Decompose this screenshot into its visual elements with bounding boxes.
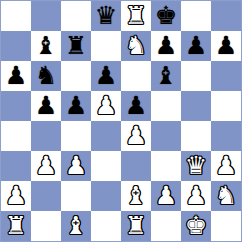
square-b6[interactable]: ♞: [31, 61, 61, 91]
square-b3[interactable]: ♟: [31, 151, 61, 181]
white-king-piece: ♚: [185, 211, 207, 241]
square-c5[interactable]: ♟: [61, 91, 91, 121]
square-g2[interactable]: ♟: [181, 181, 211, 211]
square-d5[interactable]: ♟: [91, 91, 121, 121]
square-f5[interactable]: [151, 91, 181, 121]
square-h6[interactable]: [211, 61, 241, 91]
square-e1[interactable]: ♜: [121, 211, 151, 241]
white-pawn-piece: ♟: [65, 151, 87, 181]
square-f8[interactable]: ♚: [151, 1, 181, 31]
square-f7[interactable]: ♟: [151, 31, 181, 61]
square-b7[interactable]: ♝: [31, 31, 61, 61]
square-d8[interactable]: ♛: [91, 1, 121, 31]
white-pawn-piece: ♟: [215, 151, 237, 181]
square-a5[interactable]: [1, 91, 31, 121]
black-pawn-piece: ♟: [95, 61, 117, 91]
black-pawn-piece: ♟: [35, 91, 57, 121]
square-f2[interactable]: ♟: [151, 181, 181, 211]
square-d6[interactable]: ♟: [91, 61, 121, 91]
white-bishop-piece: ♝: [65, 211, 87, 241]
white-pawn-piece: ♟: [155, 181, 177, 211]
square-d7[interactable]: [91, 31, 121, 61]
white-pawn-piece: ♟: [5, 181, 27, 211]
black-king-piece: ♚: [155, 1, 177, 31]
square-e5[interactable]: ♟: [121, 91, 151, 121]
white-pawn-piece: ♟: [125, 121, 147, 151]
square-b4[interactable]: [31, 121, 61, 151]
black-pawn-piece: ♟: [155, 31, 177, 61]
square-d4[interactable]: [91, 121, 121, 151]
black-queen-piece: ♛: [95, 1, 117, 31]
black-pawn-piece: ♟: [125, 91, 147, 121]
square-g4[interactable]: [181, 121, 211, 151]
black-pawn-piece: ♟: [5, 61, 27, 91]
square-h7[interactable]: ♟: [211, 31, 241, 61]
square-a4[interactable]: [1, 121, 31, 151]
square-c7[interactable]: ♜: [61, 31, 91, 61]
square-e2[interactable]: ♝: [121, 181, 151, 211]
square-h4[interactable]: [211, 121, 241, 151]
square-c8[interactable]: [61, 1, 91, 31]
white-knight-piece: ♞: [215, 181, 237, 211]
black-knight-piece: ♞: [35, 61, 57, 91]
white-pawn-piece: ♟: [95, 91, 117, 121]
square-e3[interactable]: [121, 151, 151, 181]
black-pawn-piece: ♟: [65, 91, 87, 121]
white-pawn-piece: ♟: [185, 181, 207, 211]
square-c1[interactable]: ♝: [61, 211, 91, 241]
black-bishop-piece: ♝: [155, 61, 177, 91]
square-g1[interactable]: ♚: [181, 211, 211, 241]
square-e4[interactable]: ♟: [121, 121, 151, 151]
square-c3[interactable]: ♟: [61, 151, 91, 181]
square-c6[interactable]: [61, 61, 91, 91]
chess-board: ♛♜♚♝♜♞♟♟♟♟♞♟♝♟♟♟♟♟♟♟♛♟♟♝♟♟♞♜♝♜♚: [0, 0, 242, 242]
black-bishop-piece: ♝: [35, 31, 57, 61]
square-c2[interactable]: [61, 181, 91, 211]
square-g6[interactable]: [181, 61, 211, 91]
square-f4[interactable]: [151, 121, 181, 151]
square-f3[interactable]: [151, 151, 181, 181]
square-e7[interactable]: ♞: [121, 31, 151, 61]
square-b5[interactable]: ♟: [31, 91, 61, 121]
square-a6[interactable]: ♟: [1, 61, 31, 91]
square-e6[interactable]: [121, 61, 151, 91]
black-pawn-piece: ♟: [215, 31, 237, 61]
square-a8[interactable]: [1, 1, 31, 31]
square-g8[interactable]: [181, 1, 211, 31]
square-e8[interactable]: ♜: [121, 1, 151, 31]
square-a1[interactable]: ♜: [1, 211, 31, 241]
white-rook-piece: ♜: [125, 1, 147, 31]
square-h1[interactable]: [211, 211, 241, 241]
square-h2[interactable]: ♞: [211, 181, 241, 211]
square-h3[interactable]: ♟: [211, 151, 241, 181]
square-f1[interactable]: [151, 211, 181, 241]
square-a3[interactable]: [1, 151, 31, 181]
square-b8[interactable]: [31, 1, 61, 31]
white-queen-piece: ♛: [185, 151, 207, 181]
white-knight-piece: ♞: [125, 31, 147, 61]
square-d3[interactable]: [91, 151, 121, 181]
square-f6[interactable]: ♝: [151, 61, 181, 91]
white-pawn-piece: ♟: [35, 151, 57, 181]
square-a7[interactable]: [1, 31, 31, 61]
square-g5[interactable]: [181, 91, 211, 121]
black-pawn-piece: ♟: [185, 31, 207, 61]
square-b2[interactable]: [31, 181, 61, 211]
black-rook-piece: ♜: [65, 31, 87, 61]
square-d2[interactable]: [91, 181, 121, 211]
square-h5[interactable]: [211, 91, 241, 121]
board-wrap: ♛♜♚♝♜♞♟♟♟♟♞♟♝♟♟♟♟♟♟♟♛♟♟♝♟♟♞♜♝♜♚: [0, 0, 242, 242]
square-g7[interactable]: ♟: [181, 31, 211, 61]
white-rook-piece: ♜: [125, 211, 147, 241]
square-h8[interactable]: [211, 1, 241, 31]
square-c4[interactable]: [61, 121, 91, 151]
square-b1[interactable]: [31, 211, 61, 241]
white-bishop-piece: ♝: [125, 181, 147, 211]
square-d1[interactable]: [91, 211, 121, 241]
square-g3[interactable]: ♛: [181, 151, 211, 181]
white-rook-piece: ♜: [5, 211, 27, 241]
square-a2[interactable]: ♟: [1, 181, 31, 211]
